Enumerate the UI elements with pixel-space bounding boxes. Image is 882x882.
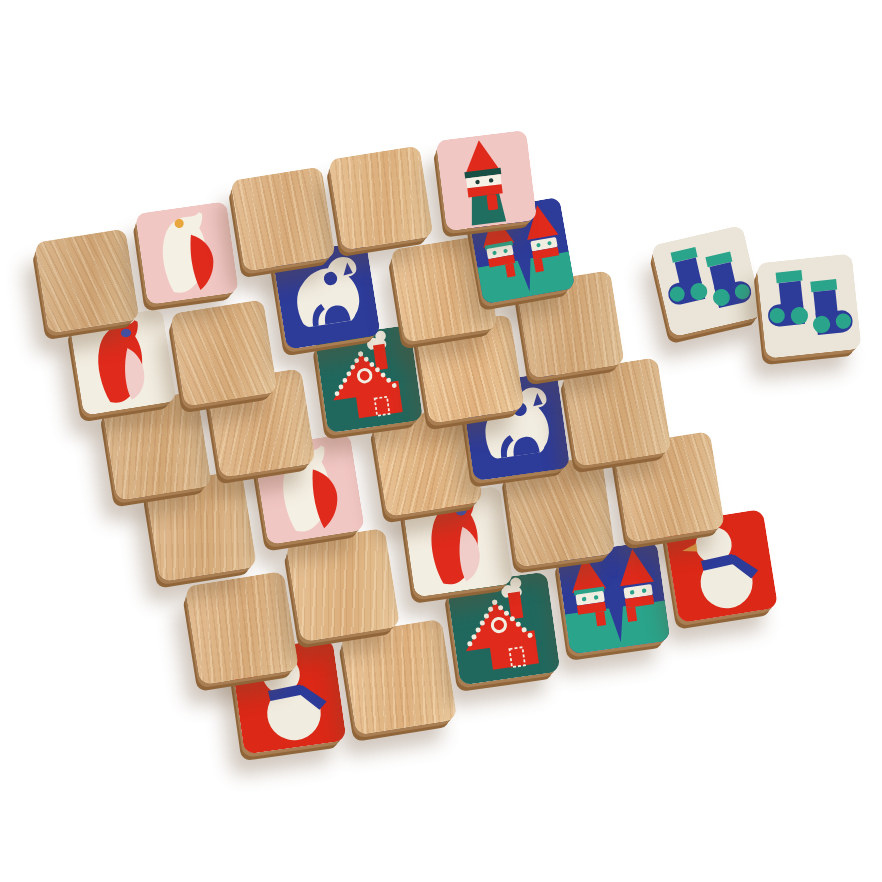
bird-pink-icon: [135, 201, 239, 305]
tile-r5c2-back[interactable]: [286, 528, 400, 642]
tile-r1c4-back[interactable]: [328, 145, 433, 250]
wood-face: [562, 357, 672, 467]
tile-r1c2-bird-pink[interactable]: [135, 201, 239, 305]
socks-icon: [756, 253, 862, 359]
wood-face: [328, 145, 433, 250]
memory-board: [0, 0, 882, 882]
wood-face: [286, 528, 400, 642]
socks-icon: [651, 225, 764, 338]
gnome-icon: [435, 129, 536, 230]
matched-pair-tile-1-socks[interactable]: [651, 225, 764, 338]
tile-r5c1-back[interactable]: [185, 571, 299, 685]
photo-white-backdrop: [0, 0, 882, 882]
wood-face: [34, 228, 139, 333]
wood-face: [170, 299, 278, 407]
matched-pair-tile-2-socks[interactable]: [756, 253, 862, 359]
tile-r1c3-back[interactable]: [230, 166, 335, 271]
tile-r6c2-back[interactable]: [341, 619, 458, 736]
tile-r1c1-back[interactable]: [34, 228, 139, 333]
tile-r2c2-back[interactable]: [170, 299, 278, 407]
wood-face: [341, 619, 458, 736]
tile-r4c5-back[interactable]: [562, 357, 672, 467]
wood-face: [185, 571, 299, 685]
wood-face: [230, 166, 335, 271]
tile-r1c5-gnome[interactable]: [435, 129, 536, 230]
